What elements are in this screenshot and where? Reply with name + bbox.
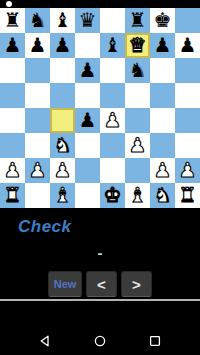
square-e7[interactable]: ♝ <box>100 33 125 58</box>
square-f4[interactable] <box>125 108 150 133</box>
black-king: ♚ <box>154 8 172 33</box>
square-f3[interactable]: ♟ <box>125 133 150 158</box>
square-a6[interactable] <box>0 58 25 83</box>
square-f2[interactable] <box>125 158 150 183</box>
white-rook: ♜ <box>4 183 22 208</box>
white-bishop: ♝ <box>54 183 72 208</box>
white-knight: ♞ <box>54 133 72 158</box>
white-pawn: ♟ <box>104 108 122 133</box>
square-c1[interactable]: ♝ <box>50 183 75 208</box>
square-f1[interactable]: ♝ <box>125 183 150 208</box>
square-c2[interactable]: ♟ <box>50 158 75 183</box>
square-d7[interactable] <box>75 33 100 58</box>
square-a5[interactable] <box>0 83 25 108</box>
square-b8[interactable]: ♞ <box>25 8 50 33</box>
white-queen: ♛ <box>129 33 147 58</box>
square-g2[interactable]: ♟ <box>150 158 175 183</box>
square-b7[interactable]: ♟ <box>25 33 50 58</box>
black-bishop: ♝ <box>104 33 122 58</box>
white-pawn: ♟ <box>4 158 22 183</box>
square-h3[interactable] <box>175 133 200 158</box>
square-e2[interactable] <box>100 158 125 183</box>
chess-board[interactable]: ♜♞♝♛♜♚♟♟♟♝♛♟♟♟♞♟♟♞♟♟♟♟♟♟♜♝♚♝♞♜ <box>0 8 200 208</box>
black-pawn: ♟ <box>4 33 22 58</box>
status-text: Check <box>18 217 72 237</box>
square-d5[interactable] <box>75 83 100 108</box>
square-c7[interactable]: ♟ <box>50 33 75 58</box>
square-h5[interactable] <box>175 83 200 108</box>
square-a2[interactable]: ♟ <box>0 158 25 183</box>
black-pawn: ♟ <box>54 33 72 58</box>
square-a8[interactable]: ♜ <box>0 8 25 33</box>
square-a3[interactable] <box>0 133 25 158</box>
square-d8[interactable]: ♛ <box>75 8 100 33</box>
back-icon[interactable] <box>39 335 51 347</box>
button-row: New < > <box>0 271 200 297</box>
square-b5[interactable] <box>25 83 50 108</box>
square-g6[interactable] <box>150 58 175 83</box>
black-pawn: ♟ <box>179 33 197 58</box>
move-list-placeholder: - <box>0 244 200 261</box>
square-g3[interactable] <box>150 133 175 158</box>
white-bishop: ♝ <box>129 183 147 208</box>
square-g4[interactable] <box>150 108 175 133</box>
square-f5[interactable] <box>125 83 150 108</box>
square-g8[interactable]: ♚ <box>150 8 175 33</box>
square-d1[interactable] <box>75 183 100 208</box>
app-screen: ♜♞♝♛♜♚♟♟♟♝♛♟♟♟♞♟♟♞♟♟♟♟♟♟♜♝♚♝♞♜ Check - N… <box>0 0 200 355</box>
notification-icon <box>6 1 12 7</box>
square-c8[interactable]: ♝ <box>50 8 75 33</box>
square-c5[interactable] <box>50 83 75 108</box>
white-pawn: ♟ <box>129 133 147 158</box>
square-a7[interactable]: ♟ <box>0 33 25 58</box>
recents-icon[interactable] <box>149 335 161 347</box>
square-c6[interactable] <box>50 58 75 83</box>
square-a4[interactable] <box>0 108 25 133</box>
white-knight: ♞ <box>154 183 172 208</box>
square-e4[interactable]: ♟ <box>100 108 125 133</box>
square-f6[interactable]: ♞ <box>125 58 150 83</box>
white-pawn: ♟ <box>154 158 172 183</box>
square-b1[interactable] <box>25 183 50 208</box>
home-icon[interactable] <box>94 335 106 347</box>
white-rook: ♜ <box>179 183 197 208</box>
prev-move-button[interactable]: < <box>86 271 117 297</box>
square-e5[interactable] <box>100 83 125 108</box>
black-pawn: ♟ <box>154 33 172 58</box>
square-f8[interactable]: ♜ <box>125 8 150 33</box>
square-h1[interactable]: ♜ <box>175 183 200 208</box>
square-c4[interactable] <box>50 108 75 133</box>
black-bishop: ♝ <box>54 8 72 33</box>
square-d3[interactable] <box>75 133 100 158</box>
square-c3[interactable]: ♞ <box>50 133 75 158</box>
white-pawn: ♟ <box>29 158 47 183</box>
white-pawn: ♟ <box>54 158 72 183</box>
android-nav-bar <box>0 301 200 355</box>
square-h7[interactable]: ♟ <box>175 33 200 58</box>
black-knight: ♞ <box>129 58 147 83</box>
square-h8[interactable] <box>175 8 200 33</box>
square-e6[interactable] <box>100 58 125 83</box>
black-pawn: ♟ <box>29 33 47 58</box>
square-g1[interactable]: ♞ <box>150 183 175 208</box>
square-a1[interactable]: ♜ <box>0 183 25 208</box>
game-panel: Check - New < > <box>0 208 200 299</box>
square-b6[interactable] <box>25 58 50 83</box>
square-g7[interactable]: ♟ <box>150 33 175 58</box>
square-h4[interactable] <box>175 108 200 133</box>
black-rook: ♜ <box>129 8 147 33</box>
square-e8[interactable] <box>100 8 125 33</box>
square-g5[interactable] <box>150 83 175 108</box>
next-move-button[interactable]: > <box>121 271 152 297</box>
black-rook: ♜ <box>4 8 22 33</box>
square-e1[interactable]: ♚ <box>100 183 125 208</box>
square-d4[interactable]: ♟ <box>75 108 100 133</box>
square-h6[interactable] <box>175 58 200 83</box>
square-b3[interactable] <box>25 133 50 158</box>
square-d6[interactable]: ♟ <box>75 58 100 83</box>
square-f7[interactable]: ♛ <box>125 33 150 58</box>
status-bar <box>0 0 200 8</box>
square-d2[interactable] <box>75 158 100 183</box>
new-game-button[interactable]: New <box>48 271 82 297</box>
white-king: ♚ <box>104 183 122 208</box>
black-pawn: ♟ <box>79 58 97 83</box>
square-e3[interactable] <box>100 133 125 158</box>
square-h2[interactable]: ♟ <box>175 158 200 183</box>
white-pawn: ♟ <box>179 158 197 183</box>
black-queen: ♛ <box>79 8 97 33</box>
square-b4[interactable] <box>25 108 50 133</box>
black-knight: ♞ <box>29 8 47 33</box>
black-pawn: ♟ <box>79 108 97 133</box>
square-b2[interactable]: ♟ <box>25 158 50 183</box>
